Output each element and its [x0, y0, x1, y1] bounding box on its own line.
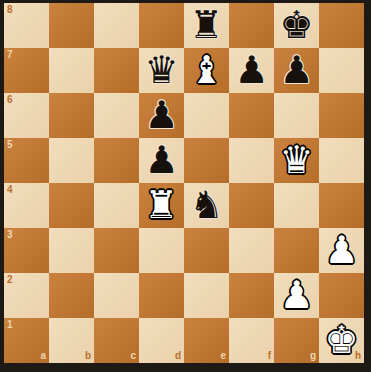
- square-g5[interactable]: ♛: [274, 138, 319, 183]
- square-b6[interactable]: [49, 93, 94, 138]
- square-h2[interactable]: [319, 273, 364, 318]
- square-d6[interactable]: ♟: [139, 93, 184, 138]
- square-d7[interactable]: ♛: [139, 48, 184, 93]
- square-g1[interactable]: g: [274, 318, 319, 363]
- square-h3[interactable]: ♟: [319, 228, 364, 273]
- chess-board: 8♜♚7♛♝♟♟6♟5♟♛4♜♞3♟2♟1abcdefgh♚: [4, 3, 364, 363]
- file-label-e: e: [220, 351, 226, 361]
- rank-label-7: 7: [7, 50, 13, 60]
- white-rook[interactable]: ♜: [144, 183, 178, 228]
- square-e4[interactable]: ♞: [184, 183, 229, 228]
- white-pawn[interactable]: ♟: [279, 273, 313, 318]
- square-a1[interactable]: 1a: [4, 318, 49, 363]
- black-pawn[interactable]: ♟: [144, 138, 178, 183]
- file-label-h: h: [355, 351, 361, 361]
- square-d2[interactable]: [139, 273, 184, 318]
- file-label-a: a: [40, 351, 46, 361]
- square-a6[interactable]: 6: [4, 93, 49, 138]
- square-f7[interactable]: ♟: [229, 48, 274, 93]
- square-e8[interactable]: ♜: [184, 3, 229, 48]
- square-d1[interactable]: d: [139, 318, 184, 363]
- square-b8[interactable]: [49, 3, 94, 48]
- square-b1[interactable]: b: [49, 318, 94, 363]
- square-f6[interactable]: [229, 93, 274, 138]
- white-bishop[interactable]: ♝: [189, 48, 223, 93]
- rank-label-5: 5: [7, 140, 13, 150]
- square-c2[interactable]: [94, 273, 139, 318]
- square-d8[interactable]: [139, 3, 184, 48]
- file-label-c: c: [130, 351, 136, 361]
- square-h5[interactable]: [319, 138, 364, 183]
- file-label-f: f: [268, 351, 271, 361]
- square-b4[interactable]: [49, 183, 94, 228]
- square-c4[interactable]: [94, 183, 139, 228]
- square-e7[interactable]: ♝: [184, 48, 229, 93]
- square-c8[interactable]: [94, 3, 139, 48]
- white-king[interactable]: ♚: [324, 318, 358, 363]
- square-g4[interactable]: [274, 183, 319, 228]
- square-f5[interactable]: [229, 138, 274, 183]
- square-g3[interactable]: [274, 228, 319, 273]
- square-d5[interactable]: ♟: [139, 138, 184, 183]
- square-f8[interactable]: [229, 3, 274, 48]
- square-f1[interactable]: f: [229, 318, 274, 363]
- square-e5[interactable]: [184, 138, 229, 183]
- square-f4[interactable]: [229, 183, 274, 228]
- file-label-b: b: [85, 351, 91, 361]
- square-a7[interactable]: 7: [4, 48, 49, 93]
- square-c1[interactable]: c: [94, 318, 139, 363]
- square-h6[interactable]: [319, 93, 364, 138]
- square-g6[interactable]: [274, 93, 319, 138]
- square-e6[interactable]: [184, 93, 229, 138]
- rank-label-4: 4: [7, 185, 13, 195]
- black-pawn[interactable]: ♟: [279, 48, 313, 93]
- chess-board-frame: 8♜♚7♛♝♟♟6♟5♟♛4♜♞3♟2♟1abcdefgh♚: [0, 0, 371, 372]
- square-h7[interactable]: [319, 48, 364, 93]
- square-h8[interactable]: [319, 3, 364, 48]
- square-c5[interactable]: [94, 138, 139, 183]
- rank-label-3: 3: [7, 230, 13, 240]
- black-rook[interactable]: ♜: [189, 3, 223, 48]
- square-g8[interactable]: ♚: [274, 3, 319, 48]
- square-c6[interactable]: [94, 93, 139, 138]
- rank-label-2: 2: [7, 275, 13, 285]
- black-knight[interactable]: ♞: [189, 183, 223, 228]
- square-b7[interactable]: [49, 48, 94, 93]
- square-h4[interactable]: [319, 183, 364, 228]
- square-a2[interactable]: 2: [4, 273, 49, 318]
- square-f2[interactable]: [229, 273, 274, 318]
- white-queen[interactable]: ♛: [279, 138, 313, 183]
- square-a8[interactable]: 8: [4, 3, 49, 48]
- file-label-d: d: [175, 351, 181, 361]
- black-queen[interactable]: ♛: [144, 48, 178, 93]
- square-f3[interactable]: [229, 228, 274, 273]
- square-b5[interactable]: [49, 138, 94, 183]
- square-a4[interactable]: 4: [4, 183, 49, 228]
- black-pawn[interactable]: ♟: [144, 93, 178, 138]
- square-b3[interactable]: [49, 228, 94, 273]
- square-a3[interactable]: 3: [4, 228, 49, 273]
- square-e3[interactable]: [184, 228, 229, 273]
- square-e1[interactable]: e: [184, 318, 229, 363]
- square-c7[interactable]: [94, 48, 139, 93]
- square-c3[interactable]: [94, 228, 139, 273]
- black-king[interactable]: ♚: [279, 3, 313, 48]
- square-b2[interactable]: [49, 273, 94, 318]
- rank-label-8: 8: [7, 5, 13, 15]
- black-pawn[interactable]: ♟: [234, 48, 268, 93]
- rank-label-1: 1: [7, 320, 13, 330]
- square-d4[interactable]: ♜: [139, 183, 184, 228]
- square-h1[interactable]: h♚: [319, 318, 364, 363]
- square-g7[interactable]: ♟: [274, 48, 319, 93]
- square-d3[interactable]: [139, 228, 184, 273]
- square-e2[interactable]: [184, 273, 229, 318]
- white-pawn[interactable]: ♟: [324, 228, 358, 273]
- rank-label-6: 6: [7, 95, 13, 105]
- square-g2[interactable]: ♟: [274, 273, 319, 318]
- file-label-g: g: [310, 351, 316, 361]
- square-a5[interactable]: 5: [4, 138, 49, 183]
